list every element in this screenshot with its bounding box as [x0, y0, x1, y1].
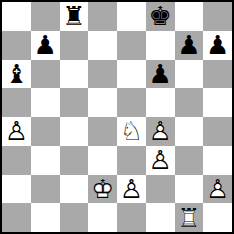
square-h5[interactable]: [203, 88, 232, 117]
square-b3[interactable]: [31, 146, 60, 175]
white-pawn-icon: ♟♙: [146, 117, 175, 146]
square-f6[interactable]: ♟: [146, 60, 175, 89]
square-b6[interactable]: [31, 60, 60, 89]
piece-glyph-outline: ♘: [117, 117, 146, 146]
black-pawn-icon: ♟: [31, 31, 60, 60]
square-h6[interactable]: [203, 60, 232, 89]
square-g3[interactable]: [175, 146, 204, 175]
square-a7[interactable]: [2, 31, 31, 60]
square-f5[interactable]: [146, 88, 175, 117]
piece-glyph-outline: ♙: [146, 146, 175, 175]
square-c7[interactable]: [60, 31, 89, 60]
square-h4[interactable]: [203, 117, 232, 146]
white-pawn-icon: ♟♙: [146, 146, 175, 175]
square-f7[interactable]: [146, 31, 175, 60]
black-rook-icon: ♜: [60, 2, 89, 31]
piece-glyph: ♟: [31, 31, 60, 60]
square-d8[interactable]: [88, 2, 117, 31]
square-b1[interactable]: [31, 203, 60, 232]
piece-glyph: ♟: [203, 31, 232, 60]
piece-glyph-outline: ♙: [2, 117, 31, 146]
piece-glyph: ♚: [146, 2, 175, 31]
square-g8[interactable]: [175, 2, 204, 31]
piece-glyph: ♜: [60, 2, 89, 31]
square-e3[interactable]: [117, 146, 146, 175]
square-h1[interactable]: [203, 203, 232, 232]
square-a6[interactable]: ♝: [2, 60, 31, 89]
square-g1[interactable]: ♜♖: [175, 203, 204, 232]
square-a4[interactable]: ♟♙: [2, 117, 31, 146]
square-d3[interactable]: [88, 146, 117, 175]
white-pawn-icon: ♟♙: [117, 175, 146, 204]
square-g5[interactable]: [175, 88, 204, 117]
square-e1[interactable]: [117, 203, 146, 232]
square-c3[interactable]: [60, 146, 89, 175]
square-d4[interactable]: [88, 117, 117, 146]
square-g4[interactable]: [175, 117, 204, 146]
square-f8[interactable]: ♚: [146, 2, 175, 31]
square-f2[interactable]: [146, 175, 175, 204]
square-c2[interactable]: [60, 175, 89, 204]
black-pawn-icon: ♟: [203, 31, 232, 60]
piece-glyph: ♝: [2, 60, 31, 89]
white-king-icon: ♚♔: [88, 175, 117, 204]
square-e5[interactable]: [117, 88, 146, 117]
square-c5[interactable]: [60, 88, 89, 117]
square-e7[interactable]: [117, 31, 146, 60]
square-a5[interactable]: [2, 88, 31, 117]
square-e6[interactable]: [117, 60, 146, 89]
black-bishop-icon: ♝: [2, 60, 31, 89]
square-g7[interactable]: ♟: [175, 31, 204, 60]
chess-board: ♜♚♟♟♟♝♟♟♙♞♘♟♙♟♙♚♔♟♙♟♙♜♖: [0, 0, 234, 234]
square-d6[interactable]: [88, 60, 117, 89]
piece-glyph-outline: ♙: [146, 117, 175, 146]
piece-glyph: ♟: [175, 31, 204, 60]
piece-glyph-outline: ♙: [117, 175, 146, 204]
square-a3[interactable]: [2, 146, 31, 175]
square-b5[interactable]: [31, 88, 60, 117]
square-f3[interactable]: ♟♙: [146, 146, 175, 175]
square-d2[interactable]: ♚♔: [88, 175, 117, 204]
square-h8[interactable]: [203, 2, 232, 31]
black-pawn-icon: ♟: [146, 60, 175, 89]
square-f1[interactable]: [146, 203, 175, 232]
piece-glyph-outline: ♖: [175, 203, 204, 232]
square-c4[interactable]: [60, 117, 89, 146]
square-f4[interactable]: ♟♙: [146, 117, 175, 146]
square-e4[interactable]: ♞♘: [117, 117, 146, 146]
square-a2[interactable]: [2, 175, 31, 204]
square-b2[interactable]: [31, 175, 60, 204]
square-c1[interactable]: [60, 203, 89, 232]
square-b4[interactable]: [31, 117, 60, 146]
white-rook-icon: ♜♖: [175, 203, 204, 232]
square-h3[interactable]: [203, 146, 232, 175]
square-g6[interactable]: [175, 60, 204, 89]
square-h2[interactable]: ♟♙: [203, 175, 232, 204]
white-pawn-icon: ♟♙: [2, 117, 31, 146]
square-g2[interactable]: [175, 175, 204, 204]
square-h7[interactable]: ♟: [203, 31, 232, 60]
piece-glyph-outline: ♔: [88, 175, 117, 204]
white-knight-icon: ♞♘: [117, 117, 146, 146]
chessboard-screenshot: ♜♚♟♟♟♝♟♟♙♞♘♟♙♟♙♚♔♟♙♟♙♜♖: [0, 0, 234, 234]
square-e2[interactable]: ♟♙: [117, 175, 146, 204]
piece-glyph-outline: ♙: [203, 175, 232, 204]
square-d7[interactable]: [88, 31, 117, 60]
square-c8[interactable]: ♜: [60, 2, 89, 31]
square-d1[interactable]: [88, 203, 117, 232]
square-a1[interactable]: [2, 203, 31, 232]
square-a8[interactable]: [2, 2, 31, 31]
square-e8[interactable]: [117, 2, 146, 31]
square-c6[interactable]: [60, 60, 89, 89]
square-b8[interactable]: [31, 2, 60, 31]
black-king-icon: ♚: [146, 2, 175, 31]
square-b7[interactable]: ♟: [31, 31, 60, 60]
white-pawn-icon: ♟♙: [203, 175, 232, 204]
piece-glyph: ♟: [146, 60, 175, 89]
square-d5[interactable]: [88, 88, 117, 117]
black-pawn-icon: ♟: [175, 31, 204, 60]
